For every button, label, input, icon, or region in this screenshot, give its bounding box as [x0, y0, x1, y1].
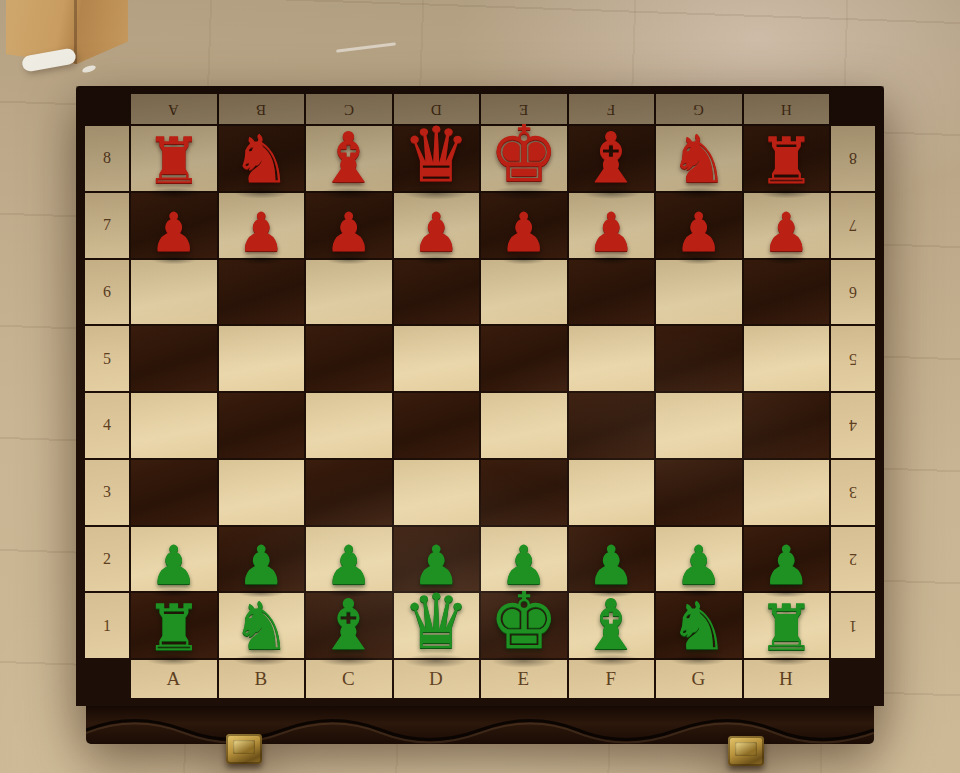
square-g5[interactable] [656, 326, 742, 391]
rank-label-left-7: 7 [85, 193, 129, 258]
rank-label-right-2: 2 [831, 527, 875, 592]
rook-glyph: ♜ [758, 591, 815, 665]
rank-label-right-8: 8 [831, 126, 875, 191]
paper-speck [81, 64, 96, 74]
green-pawn-a2[interactable]: ♟ [150, 539, 198, 593]
square-h4[interactable] [744, 393, 830, 458]
frame-corner-top-left [85, 94, 129, 124]
square-e4[interactable] [481, 393, 567, 458]
floor-scratch [336, 42, 396, 52]
pawn-glyph: ♟ [412, 200, 460, 263]
rank-label-right-4: 4 [831, 393, 875, 458]
frame-corner-bottom-left [85, 660, 129, 698]
rank-label-right-7: 7 [831, 193, 875, 258]
green-knight-b1[interactable]: ♞ [232, 594, 291, 660]
square-c6[interactable] [306, 260, 392, 325]
green-knight-g1[interactable]: ♞ [669, 594, 728, 660]
file-label-top-h: H [744, 94, 830, 124]
green-pawn-b2[interactable]: ♟ [237, 539, 285, 593]
rank-label-left-8: 8 [85, 126, 129, 191]
green-pawn-h2[interactable]: ♟ [762, 539, 810, 593]
chess-board: ABCDEFGH8877665544332211ABCDEFGH ♜♞♝♛♚♝♞… [76, 86, 884, 706]
red-pawn-h7[interactable]: ♟ [762, 205, 810, 259]
rank-label-left-4: 4 [85, 393, 129, 458]
red-queen-d8[interactable]: ♛ [402, 117, 470, 193]
pawn-glyph: ♟ [325, 200, 373, 263]
red-rook-h8[interactable]: ♜ [758, 129, 815, 193]
file-label-top-a: A [131, 94, 217, 124]
red-bishop-c8[interactable]: ♝ [317, 123, 380, 193]
square-g4[interactable] [656, 393, 742, 458]
square-d5[interactable] [394, 326, 480, 391]
square-b5[interactable] [219, 326, 305, 391]
square-g3[interactable] [656, 460, 742, 525]
knight-glyph: ♞ [232, 121, 291, 198]
red-bishop-f8[interactable]: ♝ [580, 123, 643, 193]
square-e3[interactable] [481, 460, 567, 525]
square-f3[interactable] [569, 460, 655, 525]
square-d6[interactable] [394, 260, 480, 325]
red-knight-b8[interactable]: ♞ [232, 127, 291, 193]
rank-label-right-1: 1 [831, 593, 875, 658]
rank-label-left-5: 5 [85, 326, 129, 391]
knight-glyph: ♞ [669, 121, 728, 198]
chess-box: ABCDEFGH8877665544332211ABCDEFGH ♜♞♝♛♚♝♞… [76, 86, 884, 744]
square-e5[interactable] [481, 326, 567, 391]
knight-glyph: ♞ [232, 588, 291, 665]
red-rook-a8[interactable]: ♜ [145, 129, 202, 193]
red-king-e8[interactable]: ♚ [489, 115, 559, 193]
green-king-e1[interactable]: ♚ [489, 582, 559, 660]
pawn-glyph: ♟ [675, 200, 723, 263]
pawn-glyph: ♟ [500, 200, 548, 263]
red-pawn-c7[interactable]: ♟ [325, 205, 373, 259]
bishop-glyph: ♝ [580, 584, 643, 666]
rank-label-right-6: 6 [831, 260, 875, 325]
green-rook-a1[interactable]: ♜ [145, 596, 202, 660]
red-pawn-b7[interactable]: ♟ [237, 205, 285, 259]
pawn-glyph: ♟ [237, 200, 285, 263]
square-g6[interactable] [656, 260, 742, 325]
rook-glyph: ♜ [145, 124, 202, 198]
square-c5[interactable] [306, 326, 392, 391]
green-bishop-f1[interactable]: ♝ [580, 590, 643, 660]
red-pawn-g7[interactable]: ♟ [675, 205, 723, 259]
bishop-glyph: ♝ [580, 117, 643, 199]
square-e6[interactable] [481, 260, 567, 325]
red-pawn-f7[interactable]: ♟ [587, 205, 635, 259]
bishop-glyph: ♝ [317, 584, 380, 666]
square-a6[interactable] [131, 260, 217, 325]
rank-label-left-1: 1 [85, 593, 129, 658]
brass-clasp-right [728, 736, 764, 766]
square-a5[interactable] [131, 326, 217, 391]
pawn-glyph: ♟ [587, 200, 635, 263]
green-bishop-c1[interactable]: ♝ [317, 590, 380, 660]
pawn-glyph: ♟ [762, 534, 810, 597]
bishop-glyph: ♝ [317, 117, 380, 199]
square-a3[interactable] [131, 460, 217, 525]
file-label-top-b: B [219, 94, 305, 124]
square-a4[interactable] [131, 393, 217, 458]
box-side [86, 706, 874, 744]
queen-glyph: ♛ [402, 577, 470, 666]
rook-glyph: ♜ [145, 591, 202, 665]
red-knight-g8[interactable]: ♞ [669, 127, 728, 193]
rank-label-right-3: 3 [831, 460, 875, 525]
square-f6[interactable] [569, 260, 655, 325]
pawn-glyph: ♟ [762, 200, 810, 263]
pawn-glyph: ♟ [150, 200, 198, 263]
pawn-glyph: ♟ [150, 534, 198, 597]
square-h5[interactable] [744, 326, 830, 391]
knight-glyph: ♞ [669, 588, 728, 665]
square-b4[interactable] [219, 393, 305, 458]
rank-label-right-5: 5 [831, 326, 875, 391]
red-pawn-a7[interactable]: ♟ [150, 205, 198, 259]
frame-corner-top-right [831, 94, 875, 124]
rank-label-left-3: 3 [85, 460, 129, 525]
rank-label-left-6: 6 [85, 260, 129, 325]
square-c3[interactable] [306, 460, 392, 525]
square-b6[interactable] [219, 260, 305, 325]
green-pawn-g2[interactable]: ♟ [675, 539, 723, 593]
rank-label-left-2: 2 [85, 527, 129, 592]
square-h3[interactable] [744, 460, 830, 525]
file-label-top-g: G [656, 94, 742, 124]
king-glyph: ♚ [489, 576, 559, 666]
square-f4[interactable] [569, 393, 655, 458]
square-d3[interactable] [394, 460, 480, 525]
green-queen-d1[interactable]: ♛ [402, 584, 470, 660]
king-glyph: ♚ [489, 109, 559, 199]
queen-glyph: ♛ [402, 110, 470, 199]
rook-glyph: ♜ [758, 124, 815, 198]
square-c4[interactable] [306, 393, 392, 458]
red-pawn-e7[interactable]: ♟ [500, 205, 548, 259]
green-rook-h1[interactable]: ♜ [758, 596, 815, 660]
square-b3[interactable] [219, 460, 305, 525]
red-pawn-d7[interactable]: ♟ [412, 205, 460, 259]
frame-corner-bottom-right [831, 660, 875, 698]
brass-clasp-left [226, 734, 262, 764]
square-d4[interactable] [394, 393, 480, 458]
square-h6[interactable] [744, 260, 830, 325]
square-f5[interactable] [569, 326, 655, 391]
